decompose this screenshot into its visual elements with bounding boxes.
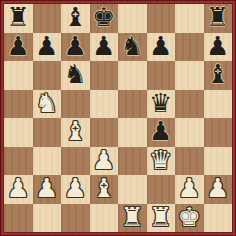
square-d5[interactable] bbox=[90, 90, 119, 119]
black-queen: ♛ bbox=[149, 90, 172, 118]
black-pawn: ♟ bbox=[149, 33, 172, 61]
square-b4[interactable] bbox=[33, 118, 62, 147]
square-c6[interactable]: ♞ bbox=[61, 61, 90, 90]
square-d4[interactable] bbox=[90, 118, 119, 147]
square-g5[interactable] bbox=[175, 90, 204, 119]
square-c3[interactable] bbox=[61, 147, 90, 176]
black-pawn: ♟ bbox=[35, 33, 58, 61]
square-b5[interactable]: ♞ bbox=[33, 90, 62, 119]
square-d8[interactable]: ♚ bbox=[90, 4, 119, 33]
square-h5[interactable] bbox=[204, 90, 233, 119]
white-knight: ♞ bbox=[35, 90, 58, 118]
black-pawn: ♟ bbox=[206, 33, 229, 61]
square-b6[interactable] bbox=[33, 61, 62, 90]
square-a3[interactable] bbox=[4, 147, 33, 176]
black-pawn: ♟ bbox=[149, 118, 172, 146]
square-f8[interactable] bbox=[147, 4, 176, 33]
square-d7[interactable]: ♟ bbox=[90, 33, 119, 62]
square-f5[interactable]: ♛ bbox=[147, 90, 176, 119]
white-bishop: ♝ bbox=[64, 118, 87, 146]
square-b1[interactable] bbox=[33, 204, 62, 233]
square-g7[interactable] bbox=[175, 33, 204, 62]
square-f2[interactable] bbox=[147, 175, 176, 204]
board-frame: ♜♝♚♜♟♟♟♟♞♟♟♞♝♞♛♝♟♟♛♟♟♟♝♟♟♜♜♚ bbox=[0, 0, 236, 236]
square-e4[interactable] bbox=[118, 118, 147, 147]
square-b3[interactable] bbox=[33, 147, 62, 176]
black-king: ♚ bbox=[92, 4, 115, 32]
square-h7[interactable]: ♟ bbox=[204, 33, 233, 62]
square-c8[interactable]: ♝ bbox=[61, 4, 90, 33]
black-knight: ♞ bbox=[121, 33, 144, 61]
square-g8[interactable] bbox=[175, 4, 204, 33]
square-g6[interactable] bbox=[175, 61, 204, 90]
black-bishop: ♝ bbox=[64, 4, 87, 32]
square-d2[interactable]: ♝ bbox=[90, 175, 119, 204]
square-b8[interactable] bbox=[33, 4, 62, 33]
square-f7[interactable]: ♟ bbox=[147, 33, 176, 62]
square-a2[interactable]: ♟ bbox=[4, 175, 33, 204]
square-c5[interactable] bbox=[61, 90, 90, 119]
square-e1[interactable]: ♜ bbox=[118, 204, 147, 233]
black-rook: ♜ bbox=[206, 4, 229, 32]
square-d3[interactable]: ♟ bbox=[90, 147, 119, 176]
square-c7[interactable]: ♟ bbox=[61, 33, 90, 62]
square-a1[interactable] bbox=[4, 204, 33, 233]
square-e7[interactable]: ♞ bbox=[118, 33, 147, 62]
square-b2[interactable]: ♟ bbox=[33, 175, 62, 204]
white-king: ♚ bbox=[178, 204, 201, 232]
black-knight: ♞ bbox=[64, 61, 87, 89]
chess-board: ♜♝♚♜♟♟♟♟♞♟♟♞♝♞♛♝♟♟♛♟♟♟♝♟♟♜♜♚ bbox=[4, 4, 232, 232]
white-pawn: ♟ bbox=[92, 147, 115, 175]
white-bishop: ♝ bbox=[92, 175, 115, 203]
white-rook: ♜ bbox=[121, 204, 144, 232]
square-h1[interactable] bbox=[204, 204, 233, 233]
square-g1[interactable]: ♚ bbox=[175, 204, 204, 233]
white-pawn: ♟ bbox=[64, 175, 87, 203]
square-a6[interactable] bbox=[4, 61, 33, 90]
square-a7[interactable]: ♟ bbox=[4, 33, 33, 62]
square-g2[interactable]: ♟ bbox=[175, 175, 204, 204]
square-d1[interactable] bbox=[90, 204, 119, 233]
square-c1[interactable] bbox=[61, 204, 90, 233]
white-pawn: ♟ bbox=[178, 175, 201, 203]
square-h3[interactable] bbox=[204, 147, 233, 176]
square-e6[interactable] bbox=[118, 61, 147, 90]
square-g3[interactable] bbox=[175, 147, 204, 176]
black-rook: ♜ bbox=[7, 4, 30, 32]
square-f6[interactable] bbox=[147, 61, 176, 90]
square-c2[interactable]: ♟ bbox=[61, 175, 90, 204]
square-c4[interactable]: ♝ bbox=[61, 118, 90, 147]
black-pawn: ♟ bbox=[64, 33, 87, 61]
square-e3[interactable] bbox=[118, 147, 147, 176]
square-f1[interactable]: ♜ bbox=[147, 204, 176, 233]
square-e2[interactable] bbox=[118, 175, 147, 204]
square-h4[interactable] bbox=[204, 118, 233, 147]
white-rook: ♜ bbox=[149, 204, 172, 232]
white-pawn: ♟ bbox=[206, 175, 229, 203]
square-a5[interactable] bbox=[4, 90, 33, 119]
white-queen: ♛ bbox=[149, 147, 172, 175]
square-f3[interactable]: ♛ bbox=[147, 147, 176, 176]
square-h2[interactable]: ♟ bbox=[204, 175, 233, 204]
black-pawn: ♟ bbox=[7, 33, 30, 61]
square-a4[interactable] bbox=[4, 118, 33, 147]
square-b7[interactable]: ♟ bbox=[33, 33, 62, 62]
black-bishop: ♝ bbox=[206, 61, 229, 89]
square-h6[interactable]: ♝ bbox=[204, 61, 233, 90]
square-e8[interactable] bbox=[118, 4, 147, 33]
white-pawn: ♟ bbox=[7, 175, 30, 203]
square-d6[interactable] bbox=[90, 61, 119, 90]
square-g4[interactable] bbox=[175, 118, 204, 147]
square-h8[interactable]: ♜ bbox=[204, 4, 233, 33]
black-pawn: ♟ bbox=[92, 33, 115, 61]
square-a8[interactable]: ♜ bbox=[4, 4, 33, 33]
square-e5[interactable] bbox=[118, 90, 147, 119]
white-pawn: ♟ bbox=[35, 175, 58, 203]
square-f4[interactable]: ♟ bbox=[147, 118, 176, 147]
